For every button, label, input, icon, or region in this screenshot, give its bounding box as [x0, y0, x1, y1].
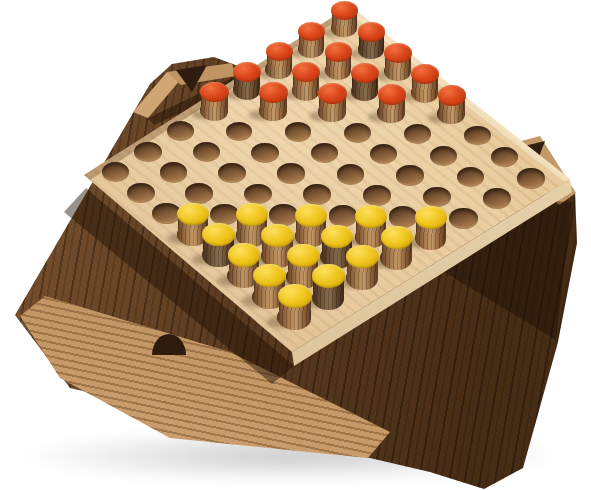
board-hole-r7c2[interactable]	[152, 203, 181, 224]
board-hole-r2c4[interactable]	[370, 144, 397, 164]
orange-peg-r2c2[interactable]	[318, 83, 347, 103]
yellow-peg-r7c6[interactable]	[253, 264, 286, 288]
yellow-peg-r6c4[interactable]	[236, 203, 268, 226]
orange-peg-r0c1[interactable]	[358, 22, 385, 41]
board-hole-r3c4[interactable]	[337, 164, 365, 185]
yellow-peg-r6c6[interactable]	[287, 244, 320, 267]
reversi-product-photo	[0, 0, 591, 490]
board-hole-r2c5[interactable]	[396, 165, 424, 186]
yellow-peg-r7c5[interactable]	[228, 243, 261, 266]
board-hole-r1c5[interactable]	[430, 146, 457, 166]
yellow-peg-r3c7[interactable]	[415, 206, 447, 229]
board-hole-r4c5[interactable]	[329, 205, 358, 226]
board-hole-r0c7[interactable]	[517, 168, 545, 189]
yellow-peg-r6c5[interactable]	[261, 224, 293, 247]
orange-peg-r3c0[interactable]	[233, 62, 261, 82]
yellow-peg-r4c6[interactable]	[355, 205, 387, 228]
board-hole-r3c2[interactable]	[285, 122, 312, 142]
board-hole-r4c1[interactable]	[226, 122, 253, 142]
board-hole-r2c6[interactable]	[423, 187, 451, 208]
board-hole-r6c0[interactable]	[134, 142, 161, 162]
board-hole-r5c1[interactable]	[193, 142, 220, 162]
board-hole-r4c4[interactable]	[303, 184, 331, 205]
board-hole-r1c7[interactable]	[483, 188, 511, 209]
board-hole-r7c1[interactable]	[127, 183, 155, 204]
orange-peg-r1c0[interactable]	[298, 22, 325, 41]
orange-peg-r1c3[interactable]	[378, 84, 407, 104]
board-cells	[0, 0, 591, 490]
board-hole-r4c2[interactable]	[251, 143, 278, 163]
board-hole-r0c6[interactable]	[491, 147, 518, 167]
board-hole-r5c3[interactable]	[244, 184, 272, 205]
yellow-peg-r7c4[interactable]	[202, 223, 234, 246]
yellow-peg-r5c5[interactable]	[295, 204, 327, 227]
board-hole-r4c3[interactable]	[277, 163, 305, 184]
orange-peg-r0c0[interactable]	[331, 1, 358, 20]
board-hole-r0c5[interactable]	[464, 126, 491, 146]
board-hole-r6c1[interactable]	[160, 162, 188, 183]
board-hole-r1c4[interactable]	[404, 124, 431, 144]
yellow-peg-r5c6[interactable]	[321, 225, 353, 248]
board-hole-r6c2[interactable]	[185, 183, 213, 204]
orange-peg-r0c2[interactable]	[384, 43, 412, 63]
orange-peg-r3c1[interactable]	[259, 82, 288, 102]
board-hole-r6c3[interactable]	[210, 204, 239, 225]
board-hole-r3c6[interactable]	[389, 206, 418, 227]
board-hole-r3c5[interactable]	[363, 185, 391, 206]
orange-peg-r0c4[interactable]	[438, 85, 467, 105]
board-hole-r2c3[interactable]	[344, 123, 371, 143]
board-hole-r2c7[interactable]	[449, 208, 478, 229]
yellow-peg-r4c7[interactable]	[381, 226, 413, 249]
board-hole-r5c0[interactable]	[167, 121, 194, 141]
board-hole-r1c6[interactable]	[457, 167, 485, 188]
board-hole-r7c0[interactable]	[102, 162, 130, 183]
board-hole-r3c3[interactable]	[311, 143, 338, 163]
orange-peg-r4c0[interactable]	[200, 82, 229, 102]
board-hole-r5c2[interactable]	[218, 163, 246, 184]
yellow-peg-r7c7[interactable]	[278, 284, 312, 308]
board-hole-r5c4[interactable]	[269, 204, 298, 225]
